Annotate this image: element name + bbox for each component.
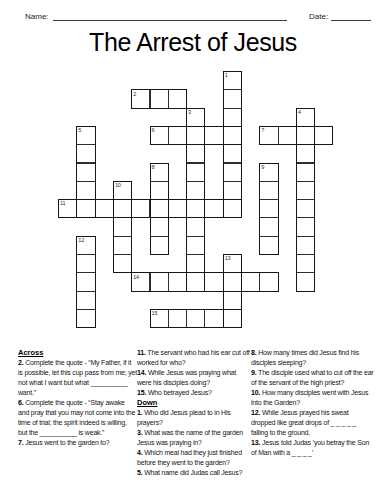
cell-r11c6[interactable]: [168, 272, 187, 291]
cell-r11c10[interactable]: [241, 272, 260, 291]
grid-number-6: 6: [152, 127, 155, 133]
clue-12: 12. While Jesus prayed his sweat dropped…: [251, 408, 374, 438]
date-label: Date:: [309, 12, 328, 21]
cell-r6c5[interactable]: [150, 181, 169, 200]
clue-10: 10. How many disciples went with Jesus i…: [251, 388, 374, 408]
cell-r5c7[interactable]: [186, 163, 205, 182]
cell-r5c1[interactable]: [76, 163, 95, 182]
cell-r5c13[interactable]: [296, 163, 315, 182]
cell-r10c13[interactable]: [296, 254, 315, 273]
name-label: Name:: [25, 12, 49, 21]
cell-r11c9[interactable]: [223, 272, 242, 291]
grid-number-14: 14: [133, 274, 139, 280]
cell-r8c5[interactable]: [150, 217, 169, 236]
cell-r1c6[interactable]: [168, 89, 187, 108]
cell-r10c3[interactable]: [113, 254, 132, 273]
cell-r13c9[interactable]: [223, 309, 242, 328]
cell-r8c3[interactable]: [113, 217, 132, 236]
cell-r2c9[interactable]: [223, 108, 242, 127]
clue-8: 8. How many times did Jesus find his dis…: [251, 348, 374, 368]
cell-r1c5[interactable]: [150, 89, 169, 108]
cell-r10c7[interactable]: [186, 254, 205, 273]
cell-r8c7[interactable]: [186, 217, 205, 236]
cell-r13c6[interactable]: [168, 309, 187, 328]
cell-r7c4[interactable]: [131, 199, 150, 218]
cell-r7c13[interactable]: [296, 199, 315, 218]
cell-r3c8[interactable]: [204, 126, 223, 145]
cell-r7c7[interactable]: [186, 199, 205, 218]
cell-r4c13[interactable]: [296, 144, 315, 163]
grid-number-13: 13: [225, 255, 231, 261]
clue-column-1: Across2. Complete the quote - “My Father…: [18, 348, 137, 448]
grid-number-2: 2: [133, 91, 136, 97]
clue-7: 7. Jesus went to the garden to?: [18, 438, 137, 448]
clue-4: 4. Which meal had they just finished bef…: [137, 448, 250, 468]
cell-r3c7[interactable]: [186, 126, 205, 145]
cell-r1c9[interactable]: [223, 89, 242, 108]
across-header: Across: [18, 348, 137, 358]
cell-r13c8[interactable]: [204, 309, 223, 328]
cell-r7c11[interactable]: [259, 199, 278, 218]
clue-column-3: 8. How many times did Jesus find his dis…: [251, 348, 374, 458]
clue-15: 15. Who betrayed Jesus?: [137, 388, 250, 398]
clue-2: 2. Complete the quote - “My Father, if i…: [18, 358, 137, 398]
cell-r6c1[interactable]: [76, 181, 95, 200]
grid-number-11: 11: [60, 200, 65, 206]
cell-r11c1[interactable]: [76, 272, 95, 291]
clue-14: 14. While Jesus was praying what were hi…: [137, 368, 250, 388]
clue-1: 1. Who did Jesus plead to in His prayers…: [137, 408, 250, 428]
cell-r11c7[interactable]: [186, 272, 205, 291]
grid-number-1: 1: [225, 72, 228, 78]
grid-number-7: 7: [261, 127, 264, 133]
grid-number-8: 8: [152, 164, 155, 170]
clue-9: 9. The disciple used what to cut off the…: [251, 368, 374, 388]
cell-r3c14[interactable]: [314, 126, 333, 145]
cell-r6c11[interactable]: [259, 181, 278, 200]
cell-r9c3[interactable]: [113, 236, 132, 255]
crossword-grid: 123456789101112131415: [58, 71, 334, 329]
cell-r6c13[interactable]: [296, 181, 315, 200]
cell-r4c7[interactable]: [186, 144, 205, 163]
clue-13: 13. Jesus told Judas ‘you betray the Son…: [251, 438, 374, 458]
cell-r12c1[interactable]: [76, 291, 95, 310]
cell-r9c7[interactable]: [186, 236, 205, 255]
cell-r8c13[interactable]: [296, 217, 315, 236]
down-header: Down: [137, 398, 250, 408]
cell-r7c1[interactable]: [76, 199, 95, 218]
cell-r11c13[interactable]: [296, 272, 315, 291]
cell-r13c1[interactable]: [76, 309, 95, 328]
cell-r8c11[interactable]: [259, 217, 278, 236]
cell-r11c5[interactable]: [150, 272, 169, 291]
cell-r6c9[interactable]: [223, 181, 242, 200]
cell-r6c7[interactable]: [186, 181, 205, 200]
cell-r3c6[interactable]: [168, 126, 187, 145]
clue-11: 11. The servant who had his ear cut off …: [137, 348, 250, 368]
grid-number-10: 10: [115, 182, 121, 188]
grid-number-15: 15: [152, 310, 158, 316]
grid-number-4: 4: [298, 109, 301, 115]
grid-number-12: 12: [78, 237, 84, 243]
cell-r3c9[interactable]: [223, 126, 242, 145]
cell-r11c8[interactable]: [204, 272, 223, 291]
clue-column-2: 11. The servant who had his ear cut off …: [137, 348, 250, 478]
cell-r7c6[interactable]: [168, 199, 187, 218]
worksheet-page: Name: Date: The Arrest of Jesus 12345678…: [0, 0, 386, 500]
grid-number-3: 3: [188, 109, 191, 115]
clue-3: 3. What was the name of the garden Jesus…: [137, 428, 250, 448]
grid-number-5: 5: [78, 127, 81, 133]
clue-6: 6. Complete the quote - “Stay awake and …: [18, 398, 137, 438]
cell-r11c11[interactable]: [259, 272, 278, 291]
name-blank-line[interactable]: [53, 11, 287, 21]
cell-r4c9[interactable]: [223, 144, 242, 163]
date-blank-line[interactable]: [331, 11, 371, 21]
cell-r7c8[interactable]: [204, 199, 223, 218]
cell-r7c9[interactable]: [223, 199, 242, 218]
cell-r7c2[interactable]: [95, 199, 114, 218]
cell-r7c3[interactable]: [113, 199, 132, 218]
cell-r9c13[interactable]: [296, 236, 315, 255]
cell-r13c7[interactable]: [186, 309, 205, 328]
grid-number-9: 9: [261, 164, 264, 170]
cell-r3c13[interactable]: [296, 126, 315, 145]
cell-r5c9[interactable]: [223, 163, 242, 182]
cell-r9c11[interactable]: [259, 236, 278, 255]
clue-5: 5. What name did Judas call Jesus?: [137, 468, 250, 478]
cell-r7c5[interactable]: [150, 199, 169, 218]
page-title: The Arrest of Jesus: [0, 28, 386, 57]
cell-r4c1[interactable]: [76, 144, 95, 163]
cell-r12c9[interactable]: [223, 291, 242, 310]
cell-r9c5[interactable]: [150, 236, 169, 255]
cell-r3c12[interactable]: [278, 126, 297, 145]
cell-r10c1[interactable]: [76, 254, 95, 273]
